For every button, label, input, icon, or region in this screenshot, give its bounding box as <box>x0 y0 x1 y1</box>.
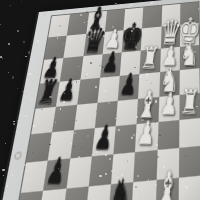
square-h5 <box>179 68 200 95</box>
square-e3 <box>113 125 136 155</box>
square-d2 <box>88 155 113 187</box>
square-h3 <box>179 118 200 148</box>
square-b1 <box>38 189 65 200</box>
square-h1 <box>178 176 200 200</box>
square-f7 <box>141 26 161 50</box>
square-f2 <box>134 150 158 182</box>
square-f5 <box>138 72 159 99</box>
square-h2 <box>179 146 200 178</box>
square-d5 <box>97 76 120 103</box>
board-frame: ♝♛♟♚♛♚♟♟♜♟♞♜♟♟♞♝♟♜♟♟♟♞♝ ♛ <box>0 0 200 200</box>
square-g3 <box>157 120 179 150</box>
square-e5: ♟ <box>118 74 140 101</box>
square-c7: ♛ <box>83 32 105 56</box>
square-a1 <box>15 191 43 200</box>
chess-board: ♝♛♟♚♛♚♟♟♜♟♞♜♟♟♞♝♟♜♟♟♟♞♝ <box>14 1 200 200</box>
square-d7: ♟ <box>102 30 123 54</box>
frame-circle-mark <box>14 151 23 160</box>
square-f4: ♝ <box>137 96 159 124</box>
square-e8 <box>123 7 143 30</box>
square-e7: ♚ <box>122 28 143 52</box>
square-h7: ♚ <box>180 23 199 47</box>
square-g6: ♟ <box>160 47 180 72</box>
square-g5: ♞ <box>159 70 180 97</box>
square-e1: ♞ <box>108 182 133 200</box>
square-d1 <box>85 184 111 200</box>
square-d4 <box>95 100 118 128</box>
chessboard-photo: ♝♛♟♚♛♚♟♟♜♟♞♜♟♟♞♝♟♜♟♟♟♞♝ ♛ <box>0 0 200 200</box>
square-c1 <box>62 187 89 200</box>
square-h8 <box>180 2 199 24</box>
square-f3: ♟ <box>135 123 158 153</box>
square-d6: ♟ <box>100 52 122 77</box>
square-g4: ♟ <box>158 94 179 122</box>
square-h4: ♜ <box>179 92 200 120</box>
square-c8: ♝ <box>86 11 107 34</box>
square-g8 <box>161 4 180 27</box>
square-f1 <box>132 180 156 200</box>
square-e2 <box>111 153 135 185</box>
square-h6: ♞ <box>180 45 200 70</box>
square-d8 <box>105 9 125 32</box>
square-f6: ♜ <box>140 48 161 73</box>
square-g7: ♛ <box>160 25 180 49</box>
square-g2 <box>156 148 179 180</box>
square-g1: ♝ <box>155 178 179 200</box>
square-f8 <box>142 6 161 29</box>
square-e4 <box>116 98 139 126</box>
square-d3: ♟ <box>92 127 116 157</box>
square-e6 <box>120 50 141 75</box>
